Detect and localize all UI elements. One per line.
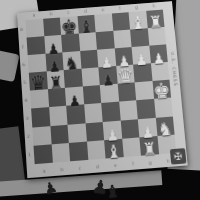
file-label-h: h [152, 3, 155, 8]
square-h8[interactable]: ♜ [146, 10, 165, 29]
file-label-e: e [114, 163, 117, 168]
file-label-h: h [166, 159, 169, 164]
table-object-left [0, 50, 20, 82]
piece-black-bishop[interactable]: ♝ [79, 18, 94, 36]
corner-emblem-icon: ✠ [170, 148, 187, 165]
rank-label-1: 1 [28, 153, 31, 158]
piece-white-bishop[interactable]: ♝ [106, 142, 122, 161]
square-c8[interactable]: ♚ [60, 16, 79, 35]
rank-label-8: 8 [20, 27, 23, 32]
square-b8[interactable] [43, 18, 61, 37]
square-e7[interactable] [96, 31, 115, 50]
square-b3[interactable] [49, 106, 68, 126]
square-e3[interactable] [101, 102, 120, 121]
square-g4[interactable] [135, 81, 154, 100]
square-b5[interactable]: ♜ [46, 70, 65, 89]
rank-label-5: 5 [23, 80, 26, 85]
square-b7[interactable]: ♟ [44, 35, 63, 54]
piece-white-pawn[interactable]: ♟ [100, 55, 113, 70]
square-g3[interactable] [136, 99, 155, 118]
file-label-d: d [96, 164, 99, 169]
square-b1[interactable] [51, 143, 70, 163]
piece-black-knight[interactable]: ♞ [64, 54, 80, 73]
piece-black-queen[interactable]: ♛ [30, 73, 47, 94]
captured-black-bishop: ♝ [104, 182, 121, 200]
chess-board-mat: abcdefgh 87654321 ♚♝♝♜♟♟♞♟♟♟♟♛♜♟♛♟♚♟♟♞♝♜… [17, 1, 188, 178]
square-d4[interactable] [82, 85, 101, 104]
piece-white-pawn[interactable]: ♟ [135, 52, 148, 67]
square-h4[interactable]: ♚ [152, 80, 171, 99]
rank-label-2: 2 [27, 134, 30, 139]
square-c1[interactable] [69, 141, 88, 161]
square-f1[interactable] [122, 137, 141, 157]
square-f8[interactable] [111, 12, 130, 31]
square-g6[interactable]: ♟ [132, 46, 151, 65]
square-f3[interactable] [119, 101, 138, 120]
square-a5[interactable]: ♛ [29, 72, 48, 91]
file-label-a: a [43, 168, 46, 173]
file-label-g: g [135, 5, 138, 10]
square-e6[interactable]: ♟ [97, 49, 116, 68]
square-c6[interactable]: ♞ [62, 51, 81, 70]
square-d2[interactable] [85, 122, 104, 142]
square-d1[interactable] [86, 140, 105, 160]
photo-scene: abcdefgh 87654321 ♚♝♝♜♟♟♞♟♟♟♟♛♜♟♛♟♚♟♟♞♝♜… [0, 0, 200, 200]
piece-black-pawn[interactable]: ♟ [102, 73, 115, 88]
square-a3[interactable] [31, 108, 50, 128]
piece-black-pawn[interactable]: ♟ [68, 93, 81, 108]
piece-white-knight[interactable]: ♞ [157, 119, 173, 138]
square-a8[interactable] [25, 19, 43, 38]
file-label-d: d [84, 9, 87, 14]
file-label-b: b [50, 11, 53, 16]
square-f2[interactable] [120, 119, 139, 139]
rank-label-6: 6 [22, 62, 25, 67]
piece-white-bishop[interactable]: ♝ [130, 14, 146, 32]
rank-label-3: 3 [26, 116, 29, 121]
file-label-f: f [132, 161, 134, 166]
square-e8[interactable] [94, 14, 113, 33]
file-label-c: c [78, 166, 81, 171]
file-label-g: g [148, 160, 151, 165]
piece-white-queen[interactable]: ♛ [117, 66, 135, 87]
square-g8[interactable]: ♝ [129, 11, 148, 30]
square-h2[interactable]: ♞ [155, 116, 174, 136]
square-f7[interactable] [113, 30, 132, 49]
file-label-a: a [32, 13, 35, 18]
square-b2[interactable] [50, 124, 69, 144]
piece-black-pawn[interactable]: ♟ [47, 41, 60, 56]
chess-board-grid: ♚♝♝♜♟♟♞♟♟♟♟♛♜♟♛♟♚♟♟♞♝♜ [25, 10, 176, 164]
piece-white-rook[interactable]: ♜ [148, 14, 163, 31]
square-a2[interactable] [32, 126, 51, 146]
square-e1[interactable]: ♝ [104, 138, 123, 158]
piece-black-king[interactable]: ♚ [60, 16, 78, 38]
square-d6[interactable] [80, 50, 99, 69]
square-h6[interactable]: ♟ [149, 45, 168, 64]
rank-label-7: 7 [21, 44, 24, 49]
piece-black-rook[interactable]: ♜ [49, 75, 64, 93]
file-label-e: e [101, 7, 104, 12]
brand-text: U.S. CHESS [170, 52, 178, 87]
rank-label-4: 4 [24, 98, 27, 103]
square-f5[interactable]: ♛ [116, 65, 135, 84]
file-label-b: b [60, 167, 63, 172]
square-d8[interactable]: ♝ [77, 15, 96, 34]
square-c4[interactable]: ♟ [65, 87, 84, 106]
square-d5[interactable] [81, 68, 100, 87]
square-g2[interactable]: ♟ [138, 117, 157, 137]
square-e2[interactable]: ♟ [103, 120, 122, 140]
square-d3[interactable] [84, 103, 103, 123]
square-g1[interactable]: ♜ [139, 136, 158, 156]
piece-white-king[interactable]: ♚ [152, 80, 171, 102]
table-surface-left [0, 126, 25, 187]
square-a7[interactable] [27, 36, 45, 55]
piece-white-pawn[interactable]: ♟ [152, 51, 165, 66]
piece-white-rook[interactable]: ♜ [142, 140, 157, 158]
square-c2[interactable] [67, 123, 86, 143]
square-a1[interactable] [33, 144, 52, 164]
file-label-f: f [119, 6, 121, 11]
